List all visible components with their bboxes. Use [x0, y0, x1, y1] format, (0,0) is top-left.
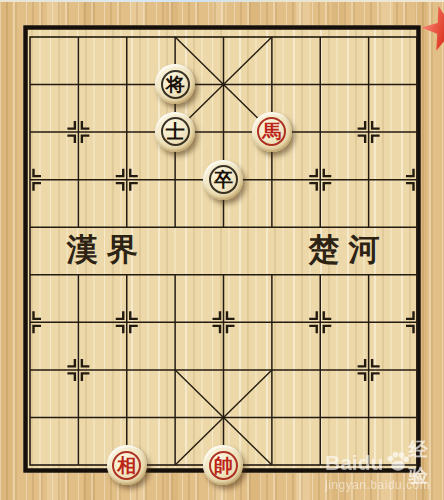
board-point	[393, 156, 441, 204]
board-point	[103, 108, 151, 156]
board-point	[199, 346, 247, 394]
board-point	[151, 346, 199, 394]
board-point	[248, 441, 296, 489]
board-points-grid: 将士馬卒相帥	[6, 13, 441, 489]
board-point	[103, 394, 151, 442]
board-point	[54, 394, 102, 442]
board-point	[296, 346, 344, 394]
board-point	[296, 203, 344, 251]
board-point	[54, 203, 102, 251]
board-point	[6, 108, 54, 156]
board-point	[54, 299, 102, 347]
board-point	[54, 108, 102, 156]
piece-red-elephant[interactable]: 相	[107, 445, 147, 485]
board-point	[248, 299, 296, 347]
board-point	[296, 108, 344, 156]
board-point	[199, 251, 247, 299]
board-point: 将	[151, 61, 199, 109]
board-point	[103, 13, 151, 61]
board-point	[199, 299, 247, 347]
piece-black-advisor[interactable]: 士	[155, 112, 195, 152]
board-point	[344, 61, 392, 109]
board-point	[393, 108, 441, 156]
board-point	[54, 156, 102, 204]
top-window-sliver	[0, 0, 444, 2]
board-point	[6, 203, 54, 251]
piece-red-general[interactable]: 帥	[203, 445, 243, 485]
board-point	[199, 108, 247, 156]
board-point	[199, 13, 247, 61]
board-point	[296, 156, 344, 204]
board-point	[6, 394, 54, 442]
board-point	[393, 346, 441, 394]
board-point	[151, 441, 199, 489]
board-point	[248, 61, 296, 109]
board-point: 帥	[199, 441, 247, 489]
board-point	[54, 251, 102, 299]
board-point	[296, 251, 344, 299]
board-point	[6, 441, 54, 489]
board-point	[151, 251, 199, 299]
board-point	[296, 61, 344, 109]
board-point	[393, 61, 441, 109]
board-point	[6, 251, 54, 299]
board-point: 士	[151, 108, 199, 156]
board-point	[344, 203, 392, 251]
board-point	[6, 346, 54, 394]
board-point	[54, 346, 102, 394]
board-point	[151, 156, 199, 204]
board-point	[296, 13, 344, 61]
piece-red-horse[interactable]: 馬	[252, 112, 292, 152]
board-point: 相	[103, 441, 151, 489]
board-point	[393, 299, 441, 347]
piece-black-soldier[interactable]: 卒	[203, 160, 243, 200]
board-point	[54, 441, 102, 489]
board-point	[344, 156, 392, 204]
board-point	[151, 13, 199, 61]
board-point	[248, 251, 296, 299]
board-point	[344, 346, 392, 394]
board-point	[248, 13, 296, 61]
board-point	[54, 61, 102, 109]
board-point	[393, 251, 441, 299]
board-point	[6, 299, 54, 347]
board-point	[103, 156, 151, 204]
board-point	[199, 394, 247, 442]
board-point	[248, 346, 296, 394]
piece-black-general[interactable]: 将	[155, 64, 195, 104]
board-point	[151, 299, 199, 347]
board-point	[6, 156, 54, 204]
board-point	[344, 13, 392, 61]
board-point	[151, 203, 199, 251]
board-point	[344, 299, 392, 347]
board-point	[6, 13, 54, 61]
baidu-logo-text: Baidu	[325, 451, 383, 475]
board-point: 卒	[199, 156, 247, 204]
board-point	[344, 394, 392, 442]
board-point	[103, 61, 151, 109]
baidu-watermark: Baidu 经验 jingyan.baidu.com	[325, 448, 444, 492]
board-point	[393, 203, 441, 251]
board-point	[103, 203, 151, 251]
board-point	[248, 394, 296, 442]
board-point	[151, 394, 199, 442]
board-point	[344, 251, 392, 299]
baidu-watermark-row: Baidu 经验	[325, 448, 444, 478]
board-point	[248, 203, 296, 251]
board-point	[393, 13, 441, 61]
baidu-watermark-url: jingyan.baidu.com	[325, 478, 444, 492]
board-point	[103, 251, 151, 299]
board-point	[296, 299, 344, 347]
board-point	[393, 394, 441, 442]
board-point	[6, 61, 54, 109]
xiangqi-scene: 漢界 楚河 将士馬卒相帥 Baidu 经验 jingyan.baidu.com	[0, 0, 444, 500]
board-point	[296, 394, 344, 442]
board-point	[103, 346, 151, 394]
board-point	[199, 203, 247, 251]
board-point	[199, 61, 247, 109]
board-point	[248, 156, 296, 204]
board-point	[54, 13, 102, 61]
board-point	[344, 108, 392, 156]
board-point	[103, 299, 151, 347]
board-point: 馬	[248, 108, 296, 156]
